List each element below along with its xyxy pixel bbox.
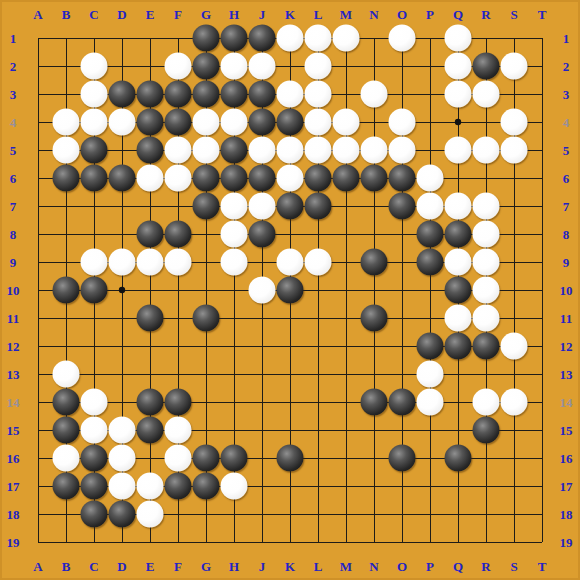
- row-label-left-14: 14: [7, 396, 20, 409]
- row-label-left-10: 10: [7, 284, 20, 297]
- stone-white-L1: [305, 25, 332, 52]
- row-label-left-15: 15: [7, 424, 20, 437]
- stone-black-K4: [277, 109, 304, 136]
- row-label-left-9: 9: [10, 256, 17, 269]
- stone-white-L9: [305, 249, 332, 276]
- col-label-top-H: H: [229, 8, 239, 21]
- col-label-top-J: J: [259, 8, 266, 21]
- stone-black-Q12: [445, 333, 472, 360]
- stone-black-R2: [473, 53, 500, 80]
- stone-black-G11: [193, 305, 220, 332]
- col-label-top-T: T: [538, 8, 547, 21]
- col-label-bottom-H: H: [229, 560, 239, 573]
- col-label-bottom-L: L: [314, 560, 323, 573]
- col-label-top-S: S: [510, 8, 517, 21]
- stone-white-N3: [361, 81, 388, 108]
- stone-white-L3: [305, 81, 332, 108]
- stone-white-B13: [53, 361, 80, 388]
- stone-black-C17: [81, 473, 108, 500]
- stone-white-Q11: [445, 305, 472, 332]
- row-label-left-7: 7: [10, 200, 17, 213]
- stone-white-R10: [473, 277, 500, 304]
- stone-black-M6: [333, 165, 360, 192]
- stone-white-H9: [221, 249, 248, 276]
- stone-white-L4: [305, 109, 332, 136]
- col-label-top-C: C: [89, 8, 98, 21]
- stone-black-B17: [53, 473, 80, 500]
- star-point-D10: [119, 287, 125, 293]
- col-label-bottom-G: G: [201, 560, 211, 573]
- stone-white-G4: [193, 109, 220, 136]
- stone-white-H8: [221, 221, 248, 248]
- row-label-right-1: 1: [563, 32, 570, 45]
- row-label-left-12: 12: [7, 340, 20, 353]
- col-label-top-Q: Q: [453, 8, 463, 21]
- stone-white-S4: [501, 109, 528, 136]
- stone-white-D17: [109, 473, 136, 500]
- stone-white-F5: [165, 137, 192, 164]
- go-board[interactable]: AABBCCDDEEFFGGHHJJKKLLMMNNOOPPQQRRSSTT11…: [0, 0, 580, 580]
- stone-black-F8: [165, 221, 192, 248]
- stone-white-E9: [137, 249, 164, 276]
- stone-white-D9: [109, 249, 136, 276]
- stone-black-G6: [193, 165, 220, 192]
- stone-black-C5: [81, 137, 108, 164]
- col-label-top-M: M: [340, 8, 352, 21]
- stone-black-F17: [165, 473, 192, 500]
- stone-black-B6: [53, 165, 80, 192]
- stone-white-R7: [473, 193, 500, 220]
- stone-white-R5: [473, 137, 500, 164]
- stone-black-O14: [389, 389, 416, 416]
- stone-black-H3: [221, 81, 248, 108]
- stone-white-L5: [305, 137, 332, 164]
- stone-white-F6: [165, 165, 192, 192]
- stone-black-Q10: [445, 277, 472, 304]
- col-label-bottom-P: P: [426, 560, 434, 573]
- stone-black-B10: [53, 277, 80, 304]
- stone-white-O5: [389, 137, 416, 164]
- stone-black-J8: [249, 221, 276, 248]
- row-label-right-4: 4: [563, 116, 570, 129]
- stone-black-O6: [389, 165, 416, 192]
- stone-black-F14: [165, 389, 192, 416]
- stone-white-H17: [221, 473, 248, 500]
- col-label-top-A: A: [33, 8, 42, 21]
- stone-white-S5: [501, 137, 528, 164]
- col-label-bottom-K: K: [285, 560, 295, 573]
- stone-white-O4: [389, 109, 416, 136]
- stone-black-B14: [53, 389, 80, 416]
- col-label-top-D: D: [117, 8, 126, 21]
- stone-white-K3: [277, 81, 304, 108]
- row-label-right-12: 12: [560, 340, 573, 353]
- stone-black-J3: [249, 81, 276, 108]
- stone-white-H2: [221, 53, 248, 80]
- stone-black-B15: [53, 417, 80, 444]
- stone-white-S14: [501, 389, 528, 416]
- stone-white-E17: [137, 473, 164, 500]
- stone-white-K6: [277, 165, 304, 192]
- row-label-left-3: 3: [10, 88, 17, 101]
- stone-black-J6: [249, 165, 276, 192]
- stone-black-Q8: [445, 221, 472, 248]
- col-label-bottom-E: E: [146, 560, 155, 573]
- stone-white-O1: [389, 25, 416, 52]
- star-point-Q4: [455, 119, 461, 125]
- row-label-left-8: 8: [10, 228, 17, 241]
- stone-white-R8: [473, 221, 500, 248]
- stone-white-M4: [333, 109, 360, 136]
- stone-black-P9: [417, 249, 444, 276]
- stone-black-N11: [361, 305, 388, 332]
- row-label-right-11: 11: [560, 312, 572, 325]
- row-label-right-15: 15: [560, 424, 573, 437]
- col-label-top-L: L: [314, 8, 323, 21]
- stone-black-O7: [389, 193, 416, 220]
- stone-white-H4: [221, 109, 248, 136]
- row-label-left-18: 18: [7, 508, 20, 521]
- stone-black-E15: [137, 417, 164, 444]
- stone-white-F15: [165, 417, 192, 444]
- stone-black-K7: [277, 193, 304, 220]
- stone-black-H5: [221, 137, 248, 164]
- stone-white-K1: [277, 25, 304, 52]
- stone-white-D15: [109, 417, 136, 444]
- col-label-top-G: G: [201, 8, 211, 21]
- stone-black-G16: [193, 445, 220, 472]
- stone-white-Q5: [445, 137, 472, 164]
- row-label-left-5: 5: [10, 144, 17, 157]
- col-label-bottom-O: O: [397, 560, 407, 573]
- row-label-left-1: 1: [10, 32, 17, 45]
- stone-white-D16: [109, 445, 136, 472]
- col-label-bottom-C: C: [89, 560, 98, 573]
- stone-black-E4: [137, 109, 164, 136]
- stone-black-Q16: [445, 445, 472, 472]
- stone-black-C6: [81, 165, 108, 192]
- col-label-bottom-J: J: [259, 560, 266, 573]
- stone-black-J4: [249, 109, 276, 136]
- stone-white-D4: [109, 109, 136, 136]
- stone-white-J5: [249, 137, 276, 164]
- row-label-left-11: 11: [7, 312, 19, 325]
- row-label-right-9: 9: [563, 256, 570, 269]
- stone-white-C3: [81, 81, 108, 108]
- stone-white-P6: [417, 165, 444, 192]
- stone-white-F2: [165, 53, 192, 80]
- row-label-right-16: 16: [560, 452, 573, 465]
- stone-white-R11: [473, 305, 500, 332]
- stone-white-C2: [81, 53, 108, 80]
- stone-white-Q9: [445, 249, 472, 276]
- stone-black-C18: [81, 501, 108, 528]
- stone-white-Q3: [445, 81, 472, 108]
- stone-black-E5: [137, 137, 164, 164]
- col-label-top-O: O: [397, 8, 407, 21]
- stone-black-E8: [137, 221, 164, 248]
- stone-black-K16: [277, 445, 304, 472]
- stone-white-J10: [249, 277, 276, 304]
- stone-black-K10: [277, 277, 304, 304]
- row-label-right-5: 5: [563, 144, 570, 157]
- stone-white-Q2: [445, 53, 472, 80]
- stone-white-G5: [193, 137, 220, 164]
- col-label-bottom-Q: Q: [453, 560, 463, 573]
- col-label-bottom-A: A: [33, 560, 42, 573]
- row-label-left-2: 2: [10, 60, 17, 73]
- stone-black-N6: [361, 165, 388, 192]
- stone-black-E11: [137, 305, 164, 332]
- row-label-right-2: 2: [563, 60, 570, 73]
- stone-black-E14: [137, 389, 164, 416]
- stone-black-F3: [165, 81, 192, 108]
- stone-black-O16: [389, 445, 416, 472]
- row-label-right-10: 10: [560, 284, 573, 297]
- stone-black-G7: [193, 193, 220, 220]
- row-label-right-6: 6: [563, 172, 570, 185]
- stone-white-P14: [417, 389, 444, 416]
- col-label-top-F: F: [174, 8, 182, 21]
- stone-white-S2: [501, 53, 528, 80]
- stone-black-F4: [165, 109, 192, 136]
- stone-black-H16: [221, 445, 248, 472]
- row-label-right-13: 13: [560, 368, 573, 381]
- col-label-bottom-B: B: [62, 560, 71, 573]
- stone-black-G3: [193, 81, 220, 108]
- stone-white-C15: [81, 417, 108, 444]
- col-label-bottom-T: T: [538, 560, 547, 573]
- row-label-right-14: 14: [560, 396, 573, 409]
- stone-white-P13: [417, 361, 444, 388]
- stone-white-F16: [165, 445, 192, 472]
- col-label-bottom-N: N: [369, 560, 378, 573]
- row-label-right-19: 19: [560, 536, 573, 549]
- row-label-right-3: 3: [563, 88, 570, 101]
- stone-white-C9: [81, 249, 108, 276]
- stone-black-R15: [473, 417, 500, 444]
- stone-white-Q1: [445, 25, 472, 52]
- col-label-bottom-D: D: [117, 560, 126, 573]
- row-label-right-17: 17: [560, 480, 573, 493]
- stone-white-J7: [249, 193, 276, 220]
- stone-black-D3: [109, 81, 136, 108]
- row-label-right-8: 8: [563, 228, 570, 241]
- col-label-top-N: N: [369, 8, 378, 21]
- stone-black-D18: [109, 501, 136, 528]
- col-label-bottom-S: S: [510, 560, 517, 573]
- stone-black-N9: [361, 249, 388, 276]
- stone-white-M5: [333, 137, 360, 164]
- stone-black-E3: [137, 81, 164, 108]
- row-label-left-6: 6: [10, 172, 17, 185]
- col-label-top-B: B: [62, 8, 71, 21]
- col-label-top-P: P: [426, 8, 434, 21]
- stone-white-E6: [137, 165, 164, 192]
- stone-black-P8: [417, 221, 444, 248]
- row-label-right-7: 7: [563, 200, 570, 213]
- row-label-right-18: 18: [560, 508, 573, 521]
- stone-black-P12: [417, 333, 444, 360]
- stone-black-N14: [361, 389, 388, 416]
- row-label-left-13: 13: [7, 368, 20, 381]
- stone-white-E18: [137, 501, 164, 528]
- stone-white-K9: [277, 249, 304, 276]
- stone-black-C16: [81, 445, 108, 472]
- stone-black-C10: [81, 277, 108, 304]
- stone-white-H7: [221, 193, 248, 220]
- stone-white-P7: [417, 193, 444, 220]
- stone-black-D6: [109, 165, 136, 192]
- stone-white-R3: [473, 81, 500, 108]
- stone-black-R12: [473, 333, 500, 360]
- col-label-bottom-M: M: [340, 560, 352, 573]
- stone-white-R14: [473, 389, 500, 416]
- stone-black-J1: [249, 25, 276, 52]
- stone-white-C14: [81, 389, 108, 416]
- stone-white-K5: [277, 137, 304, 164]
- stone-black-H6: [221, 165, 248, 192]
- stone-white-R9: [473, 249, 500, 276]
- stone-white-B4: [53, 109, 80, 136]
- stone-white-Q7: [445, 193, 472, 220]
- stone-white-C4: [81, 109, 108, 136]
- stone-black-G17: [193, 473, 220, 500]
- stone-white-S12: [501, 333, 528, 360]
- col-label-bottom-F: F: [174, 560, 182, 573]
- col-label-bottom-R: R: [481, 560, 490, 573]
- row-label-left-17: 17: [7, 480, 20, 493]
- stone-black-G2: [193, 53, 220, 80]
- stone-black-L6: [305, 165, 332, 192]
- row-label-left-4: 4: [10, 116, 17, 129]
- stone-black-L7: [305, 193, 332, 220]
- row-label-left-16: 16: [7, 452, 20, 465]
- stone-white-M1: [333, 25, 360, 52]
- stone-black-G1: [193, 25, 220, 52]
- col-label-top-R: R: [481, 8, 490, 21]
- stone-white-F9: [165, 249, 192, 276]
- col-label-top-E: E: [146, 8, 155, 21]
- stone-white-L2: [305, 53, 332, 80]
- stone-white-B5: [53, 137, 80, 164]
- stone-black-H1: [221, 25, 248, 52]
- stone-white-N5: [361, 137, 388, 164]
- row-label-left-19: 19: [7, 536, 20, 549]
- stone-white-B16: [53, 445, 80, 472]
- stone-white-J2: [249, 53, 276, 80]
- col-label-top-K: K: [285, 8, 295, 21]
